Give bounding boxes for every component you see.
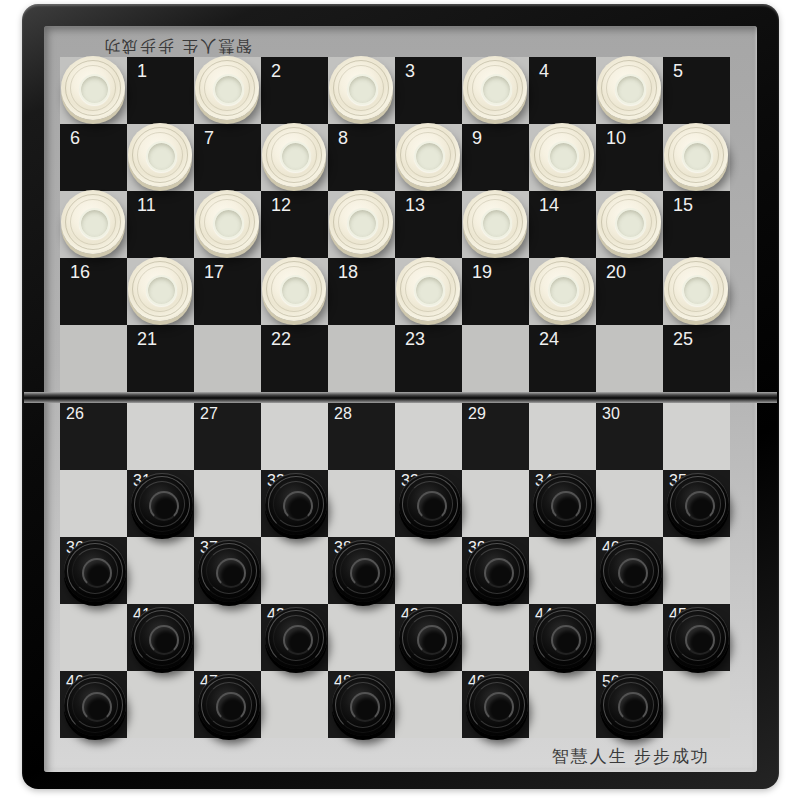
board-square-r5c8[interactable]: 24 [529, 325, 596, 392]
piece-ring [670, 610, 726, 666]
piece-ring2 [608, 682, 654, 728]
piece-core [551, 491, 581, 521]
piece-ring [668, 261, 724, 317]
piece-ring [402, 476, 458, 532]
white-piece[interactable] [530, 123, 594, 187]
piece-ring2 [204, 199, 250, 245]
piece-ring2 [539, 266, 585, 312]
piece-ring [601, 194, 657, 250]
black-piece[interactable] [332, 540, 394, 602]
piece-core [82, 558, 112, 588]
board-square-r1c2[interactable]: 1 [127, 57, 194, 124]
square-number: 1 [137, 62, 147, 80]
piece-core [551, 625, 581, 655]
board-square-r7c5[interactable] [328, 470, 395, 537]
board-square-r3c6[interactable]: 13 [395, 191, 462, 258]
board-square-r6c3[interactable]: 27 [194, 403, 261, 470]
piece-ring [266, 261, 322, 317]
board-square-r4c8[interactable] [529, 258, 596, 325]
board-square-r5c3[interactable] [194, 325, 261, 392]
piece-ring [467, 194, 523, 250]
board-square-r9c1[interactable] [60, 604, 127, 671]
piece-ring2 [472, 65, 518, 111]
board-square-r1c7[interactable] [462, 57, 529, 124]
board-square-r3c9[interactable] [596, 191, 663, 258]
square-number: 5 [673, 62, 683, 80]
board-square-r4c6[interactable] [395, 258, 462, 325]
square-number: 4 [539, 62, 549, 80]
board-square-r2c7[interactable]: 9 [462, 124, 529, 191]
black-piece[interactable] [131, 607, 193, 669]
top-slogan-upside-down: 智慧人生 步步成功 [93, 35, 261, 56]
piece-ring2 [273, 481, 319, 527]
piece-ring2 [606, 199, 652, 245]
white-piece[interactable] [262, 257, 326, 321]
board-square-r1c6[interactable]: 3 [395, 57, 462, 124]
piece-core [685, 491, 715, 521]
black-piece[interactable] [533, 607, 595, 669]
black-piece[interactable] [64, 540, 126, 602]
piece-ring2 [206, 548, 252, 594]
white-piece[interactable] [396, 123, 460, 187]
piece-ring [199, 194, 255, 250]
black-piece[interactable] [466, 674, 528, 736]
board-square-r7c1[interactable] [60, 470, 127, 537]
board-square-r7c10[interactable]: 35 [663, 470, 730, 537]
board-square-r4c5[interactable]: 18 [328, 258, 395, 325]
piece-ring2 [539, 132, 585, 178]
black-piece[interactable] [198, 674, 260, 736]
board-square-r3c7[interactable] [462, 191, 529, 258]
square-number: 25 [673, 330, 693, 348]
board-square-r8c5[interactable]: 38 [328, 537, 395, 604]
board-square-r8c1[interactable]: 36 [60, 537, 127, 604]
board-square-r3c4[interactable]: 12 [261, 191, 328, 258]
square-number: 19 [472, 263, 492, 281]
piece-ring [268, 476, 324, 532]
piece-ring [335, 543, 391, 599]
square-number: 8 [338, 129, 348, 147]
board-square-r9c3[interactable] [194, 604, 261, 671]
square-number: 16 [70, 263, 90, 281]
piece-core [481, 74, 512, 105]
piece-core [146, 141, 177, 172]
white-piece[interactable] [463, 190, 527, 254]
fold-seam [24, 392, 777, 403]
piece-core [283, 625, 313, 655]
square-number: 20 [606, 263, 626, 281]
square-number: 2 [271, 62, 281, 80]
piece-core [615, 74, 646, 105]
square-number: 12 [271, 196, 291, 214]
white-piece[interactable] [195, 190, 259, 254]
piece-ring2 [271, 132, 317, 178]
board-square-r7c6[interactable]: 33 [395, 470, 462, 537]
board-square-r10c3[interactable]: 47 [194, 671, 261, 738]
piece-core [414, 275, 445, 306]
square-number: 26 [66, 406, 84, 422]
piece-ring [536, 610, 592, 666]
board-square-r10c2[interactable] [127, 671, 194, 738]
piece-ring2 [673, 266, 719, 312]
piece-core [484, 692, 514, 722]
board-square-r9c6[interactable]: 43 [395, 604, 462, 671]
board-square-r10c6[interactable] [395, 671, 462, 738]
piece-ring2 [675, 615, 721, 661]
board-square-r5c9[interactable] [596, 325, 663, 392]
square-number: 27 [200, 406, 218, 422]
piece-core [548, 275, 579, 306]
board-square-r1c4[interactable]: 2 [261, 57, 328, 124]
piece-ring [132, 127, 188, 183]
piece-core [213, 208, 244, 239]
square-number: 21 [137, 330, 157, 348]
board-square-r10c8[interactable] [529, 671, 596, 738]
piece-ring2 [606, 65, 652, 111]
white-piece[interactable] [597, 56, 661, 120]
piece-core [481, 208, 512, 239]
piece-core [79, 74, 110, 105]
board-square-r6c8[interactable] [529, 403, 596, 470]
board-square-r3c1[interactable] [60, 191, 127, 258]
piece-core [484, 558, 514, 588]
board-square-r10c7[interactable]: 49 [462, 671, 529, 738]
board-square-r5c1[interactable] [60, 325, 127, 392]
square-number: 24 [539, 330, 559, 348]
piece-ring2 [675, 481, 721, 527]
piece-ring2 [340, 682, 386, 728]
board-square-r8c2[interactable] [127, 537, 194, 604]
square-number: 22 [271, 330, 291, 348]
black-piece[interactable] [600, 540, 662, 602]
piece-core [417, 625, 447, 655]
piece-ring2 [338, 65, 384, 111]
board-square-r9c7[interactable] [462, 604, 529, 671]
black-piece[interactable] [64, 674, 126, 736]
square-number: 11 [137, 196, 156, 214]
black-piece[interactable] [332, 674, 394, 736]
white-piece[interactable] [664, 123, 728, 187]
piece-ring2 [407, 615, 453, 661]
black-piece[interactable] [265, 607, 327, 669]
piece-core [682, 275, 713, 306]
board-square-r6c2[interactable] [127, 403, 194, 470]
piece-ring [333, 194, 389, 250]
board-square-r2c5[interactable]: 8 [328, 124, 395, 191]
white-piece[interactable] [329, 190, 393, 254]
black-piece[interactable] [399, 473, 461, 535]
piece-ring2 [139, 481, 185, 527]
board-square-r5c5[interactable] [328, 325, 395, 392]
piece-core [79, 208, 110, 239]
board-square-r5c7[interactable] [462, 325, 529, 392]
piece-ring2 [137, 266, 183, 312]
white-piece[interactable] [128, 123, 192, 187]
board-square-r8c8[interactable] [529, 537, 596, 604]
board-square-r10c10[interactable] [663, 671, 730, 738]
piece-core [149, 491, 179, 521]
piece-ring [601, 60, 657, 116]
piece-core [350, 692, 380, 722]
board-square-r7c7[interactable] [462, 470, 529, 537]
piece-ring2 [271, 266, 317, 312]
piece-ring [400, 261, 456, 317]
piece-ring [199, 60, 255, 116]
board-square-r7c3[interactable] [194, 470, 261, 537]
board-square-r8c10[interactable] [663, 537, 730, 604]
board-square-r4c10[interactable] [663, 258, 730, 325]
piece-ring [335, 677, 391, 733]
square-number: 14 [539, 196, 559, 214]
piece-ring [536, 476, 592, 532]
piece-ring [266, 127, 322, 183]
square-number: 23 [405, 330, 425, 348]
black-piece[interactable] [533, 473, 595, 535]
white-piece[interactable] [61, 56, 125, 120]
piece-ring [668, 127, 724, 183]
black-piece[interactable] [198, 540, 260, 602]
piece-core [417, 491, 447, 521]
piece-ring2 [204, 65, 250, 111]
board-square-r3c10[interactable]: 15 [663, 191, 730, 258]
square-number: 15 [673, 196, 693, 214]
piece-core [685, 625, 715, 655]
piece-core [216, 692, 246, 722]
board-square-r3c5[interactable] [328, 191, 395, 258]
white-piece[interactable] [597, 190, 661, 254]
board-square-r1c10[interactable]: 5 [663, 57, 730, 124]
piece-ring [268, 610, 324, 666]
board-square-r9c2[interactable]: 41 [127, 604, 194, 671]
square-number: 17 [204, 263, 224, 281]
piece-core [216, 558, 246, 588]
piece-ring [67, 677, 123, 733]
board-square-r8c4[interactable] [261, 537, 328, 604]
white-piece[interactable] [396, 257, 460, 321]
piece-ring [603, 543, 659, 599]
piece-ring2 [405, 266, 451, 312]
piece-ring [134, 476, 190, 532]
black-piece[interactable] [466, 540, 528, 602]
square-number: 30 [602, 406, 620, 422]
board-square-r9c10[interactable]: 45 [663, 604, 730, 671]
board-square-r1c1[interactable] [60, 57, 127, 124]
board-square-r3c8[interactable]: 14 [529, 191, 596, 258]
board-square-r10c9[interactable]: 50 [596, 671, 663, 738]
piece-ring2 [72, 548, 118, 594]
black-piece[interactable] [265, 473, 327, 535]
white-piece[interactable] [530, 257, 594, 321]
white-piece[interactable] [664, 257, 728, 321]
board-square-r6c10[interactable] [663, 403, 730, 470]
piece-ring [469, 543, 525, 599]
piece-core [146, 275, 177, 306]
board-square-r9c5[interactable] [328, 604, 395, 671]
piece-ring2 [137, 132, 183, 178]
piece-ring2 [474, 548, 520, 594]
board-square-r5c6[interactable]: 23 [395, 325, 462, 392]
board-square-r2c10[interactable] [663, 124, 730, 191]
board-square-r8c6[interactable] [395, 537, 462, 604]
board-square-r8c7[interactable]: 39 [462, 537, 529, 604]
board-square-r1c5[interactable] [328, 57, 395, 124]
piece-ring2 [474, 682, 520, 728]
piece-core [618, 692, 648, 722]
board-square-r7c8[interactable]: 34 [529, 470, 596, 537]
board-square-r6c4[interactable] [261, 403, 328, 470]
piece-ring [201, 543, 257, 599]
piece-ring2 [673, 132, 719, 178]
piece-ring2 [70, 65, 116, 111]
board-square-r4c7[interactable]: 19 [462, 258, 529, 325]
piece-core [347, 208, 378, 239]
board-square-r6c6[interactable] [395, 403, 462, 470]
piece-ring2 [72, 682, 118, 728]
board-square-r6c7[interactable]: 29 [462, 403, 529, 470]
board-square-r8c3[interactable]: 37 [194, 537, 261, 604]
piece-ring2 [608, 548, 654, 594]
piece-core [283, 491, 313, 521]
board-square-r5c4[interactable]: 22 [261, 325, 328, 392]
board-square-r4c9[interactable]: 20 [596, 258, 663, 325]
white-piece[interactable] [329, 56, 393, 120]
square-number: 10 [606, 129, 626, 147]
board-square-r4c2[interactable] [127, 258, 194, 325]
board-grid-bottom-half: 2627282930313233343536373839404142434445… [60, 403, 730, 738]
piece-core [682, 141, 713, 172]
piece-ring [201, 677, 257, 733]
piece-core [280, 141, 311, 172]
board-square-r1c9[interactable] [596, 57, 663, 124]
square-number: 3 [405, 62, 415, 80]
black-piece[interactable] [667, 607, 729, 669]
piece-ring [67, 543, 123, 599]
board-square-r3c2[interactable]: 11 [127, 191, 194, 258]
piece-ring [534, 127, 590, 183]
board-square-r9c9[interactable] [596, 604, 663, 671]
board-square-r9c4[interactable]: 42 [261, 604, 328, 671]
white-piece[interactable] [262, 123, 326, 187]
black-piece[interactable] [667, 473, 729, 535]
board-grid-top-half: 1234567891011121314151617181920212223242… [60, 57, 730, 392]
piece-core [548, 141, 579, 172]
board-square-r6c5[interactable]: 28 [328, 403, 395, 470]
piece-ring2 [70, 199, 116, 245]
black-piece[interactable] [131, 473, 193, 535]
piece-core [347, 74, 378, 105]
square-number: 7 [204, 129, 214, 147]
board-square-r5c2[interactable]: 21 [127, 325, 194, 392]
square-number: 28 [334, 406, 352, 422]
bottom-slogan: 智慧人生 步步成功 [552, 745, 710, 768]
board-square-r2c9[interactable]: 10 [596, 124, 663, 191]
piece-ring2 [541, 615, 587, 661]
board-square-r4c3[interactable]: 17 [194, 258, 261, 325]
square-number: 9 [472, 129, 482, 147]
board-square-r9c8[interactable]: 44 [529, 604, 596, 671]
board-square-r2c4[interactable] [261, 124, 328, 191]
board-square-r1c8[interactable]: 4 [529, 57, 596, 124]
board-square-r2c3[interactable]: 7 [194, 124, 261, 191]
piece-ring2 [405, 132, 451, 178]
board-square-r2c8[interactable] [529, 124, 596, 191]
piece-ring2 [472, 199, 518, 245]
piece-ring [467, 60, 523, 116]
white-piece[interactable] [128, 257, 192, 321]
piece-core [615, 208, 646, 239]
piece-ring [134, 610, 190, 666]
square-number: 29 [468, 406, 486, 422]
piece-core [618, 558, 648, 588]
board-square-r10c5[interactable]: 48 [328, 671, 395, 738]
board-square-r2c2[interactable] [127, 124, 194, 191]
piece-ring [603, 677, 659, 733]
piece-ring [132, 261, 188, 317]
board-square-r10c4[interactable] [261, 671, 328, 738]
board-square-r4c1[interactable]: 16 [60, 258, 127, 325]
piece-core [149, 625, 179, 655]
board-square-r2c6[interactable] [395, 124, 462, 191]
piece-ring2 [139, 615, 185, 661]
board-square-r6c9[interactable]: 30 [596, 403, 663, 470]
board-square-r4c4[interactable] [261, 258, 328, 325]
white-piece[interactable] [463, 56, 527, 120]
black-piece[interactable] [399, 607, 461, 669]
checkers-board-photo: 智慧人生 步步成功 123456789101112131415161718192… [0, 0, 800, 800]
board-square-r10c1[interactable]: 46 [60, 671, 127, 738]
piece-ring [333, 60, 389, 116]
piece-core [280, 275, 311, 306]
piece-ring2 [206, 682, 252, 728]
piece-ring [670, 476, 726, 532]
board-square-r6c1[interactable]: 26 [60, 403, 127, 470]
board-square-r3c3[interactable] [194, 191, 261, 258]
board-square-r5c10[interactable]: 25 [663, 325, 730, 392]
piece-ring [469, 677, 525, 733]
piece-ring [402, 610, 458, 666]
board-square-r7c4[interactable]: 32 [261, 470, 328, 537]
black-piece[interactable] [600, 674, 662, 736]
white-piece[interactable] [195, 56, 259, 120]
piece-ring2 [407, 481, 453, 527]
piece-ring2 [340, 548, 386, 594]
piece-ring [65, 194, 121, 250]
square-number: 6 [70, 129, 80, 147]
piece-core [350, 558, 380, 588]
piece-core [213, 74, 244, 105]
square-number: 18 [338, 263, 358, 281]
white-piece[interactable] [61, 190, 125, 254]
piece-ring2 [541, 481, 587, 527]
board-square-r7c9[interactable] [596, 470, 663, 537]
board-square-r2c1[interactable]: 6 [60, 124, 127, 191]
board-square-r7c2[interactable]: 31 [127, 470, 194, 537]
piece-ring2 [273, 615, 319, 661]
square-number: 13 [405, 196, 425, 214]
piece-ring [534, 261, 590, 317]
board-square-r1c3[interactable] [194, 57, 261, 124]
piece-ring2 [338, 199, 384, 245]
piece-ring [400, 127, 456, 183]
piece-core [414, 141, 445, 172]
piece-ring [65, 60, 121, 116]
piece-core [82, 692, 112, 722]
board-square-r8c9[interactable]: 40 [596, 537, 663, 604]
